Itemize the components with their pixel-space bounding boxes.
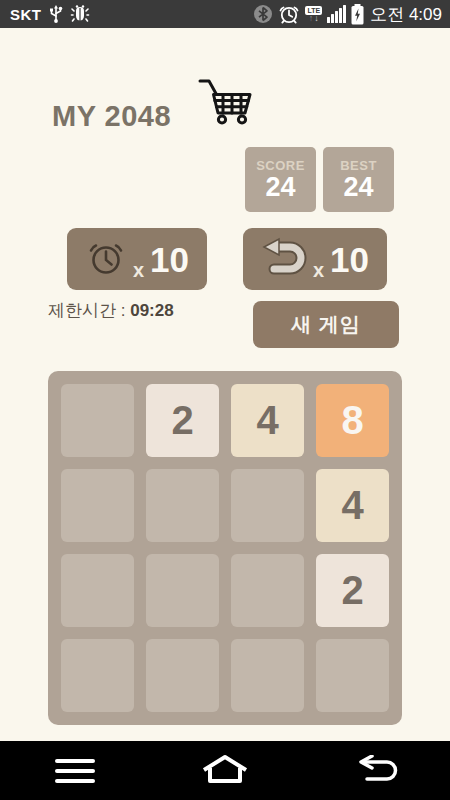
empty-cell bbox=[146, 639, 219, 712]
undo-arrow-icon bbox=[261, 237, 307, 282]
bluetooth-icon bbox=[253, 4, 273, 24]
usb-icon bbox=[48, 4, 64, 24]
shopping-cart-icon bbox=[196, 114, 254, 129]
empty-cell bbox=[231, 639, 304, 712]
best-value: 24 bbox=[343, 174, 373, 201]
empty-cell bbox=[61, 384, 134, 457]
navigation-bar bbox=[0, 741, 450, 800]
tile-2: 2 bbox=[316, 554, 389, 627]
empty-cell bbox=[146, 469, 219, 542]
time-limit-value: 09:28 bbox=[130, 301, 173, 320]
score-badge: SCORE 24 bbox=[245, 147, 316, 212]
score-label: SCORE bbox=[256, 158, 305, 173]
best-badge: BEST 24 bbox=[323, 147, 394, 212]
home-button[interactable] bbox=[150, 741, 300, 800]
timer-multiplier: x bbox=[133, 259, 144, 282]
usb-debugging-bug-icon bbox=[70, 4, 90, 24]
back-button[interactable] bbox=[300, 741, 450, 800]
app-title: MY 2048 bbox=[52, 100, 171, 133]
status-bar[interactable]: SKT bbox=[0, 0, 450, 28]
new-game-button[interactable]: 새 게임 bbox=[253, 301, 399, 348]
menu-icon bbox=[55, 759, 95, 783]
signal-strength-icon bbox=[327, 5, 346, 23]
tile-8: 8 bbox=[316, 384, 389, 457]
game-board[interactable]: 24842 bbox=[48, 371, 402, 725]
empty-cell bbox=[146, 554, 219, 627]
undo-multiplier: x bbox=[313, 259, 324, 282]
lte-icon: LTE ↑ ↓ bbox=[305, 6, 322, 23]
empty-cell bbox=[61, 639, 134, 712]
empty-cell bbox=[231, 554, 304, 627]
battery-charging-icon bbox=[351, 4, 364, 25]
tile-4: 4 bbox=[316, 469, 389, 542]
best-label: BEST bbox=[340, 158, 377, 173]
home-icon bbox=[201, 754, 249, 787]
empty-cell bbox=[231, 469, 304, 542]
alarm-clock-icon bbox=[278, 3, 300, 25]
time-limit: 제한시간 : 09:28 bbox=[48, 299, 174, 322]
timer-powerup-button[interactable]: x 10 bbox=[67, 228, 207, 290]
timer-count: 10 bbox=[150, 242, 189, 277]
menu-button[interactable] bbox=[0, 741, 150, 800]
phone-screen: SKT bbox=[0, 0, 450, 800]
back-arrow-icon bbox=[351, 755, 399, 786]
carrier-label: SKT bbox=[10, 6, 42, 23]
time-limit-label: 제한시간 : bbox=[48, 301, 130, 320]
score-value: 24 bbox=[265, 174, 295, 201]
tile-4: 4 bbox=[231, 384, 304, 457]
empty-cell bbox=[61, 469, 134, 542]
undo-powerup-button[interactable]: x 10 bbox=[243, 228, 387, 290]
status-time: 오전 4:09 bbox=[370, 3, 442, 26]
empty-cell bbox=[316, 639, 389, 712]
tile-2: 2 bbox=[146, 384, 219, 457]
shop-cart-button[interactable] bbox=[196, 76, 254, 126]
alarm-clock-powerup-icon bbox=[85, 237, 127, 282]
board-cells: 24842 bbox=[61, 384, 389, 712]
empty-cell bbox=[61, 554, 134, 627]
undo-count: 10 bbox=[330, 242, 369, 277]
